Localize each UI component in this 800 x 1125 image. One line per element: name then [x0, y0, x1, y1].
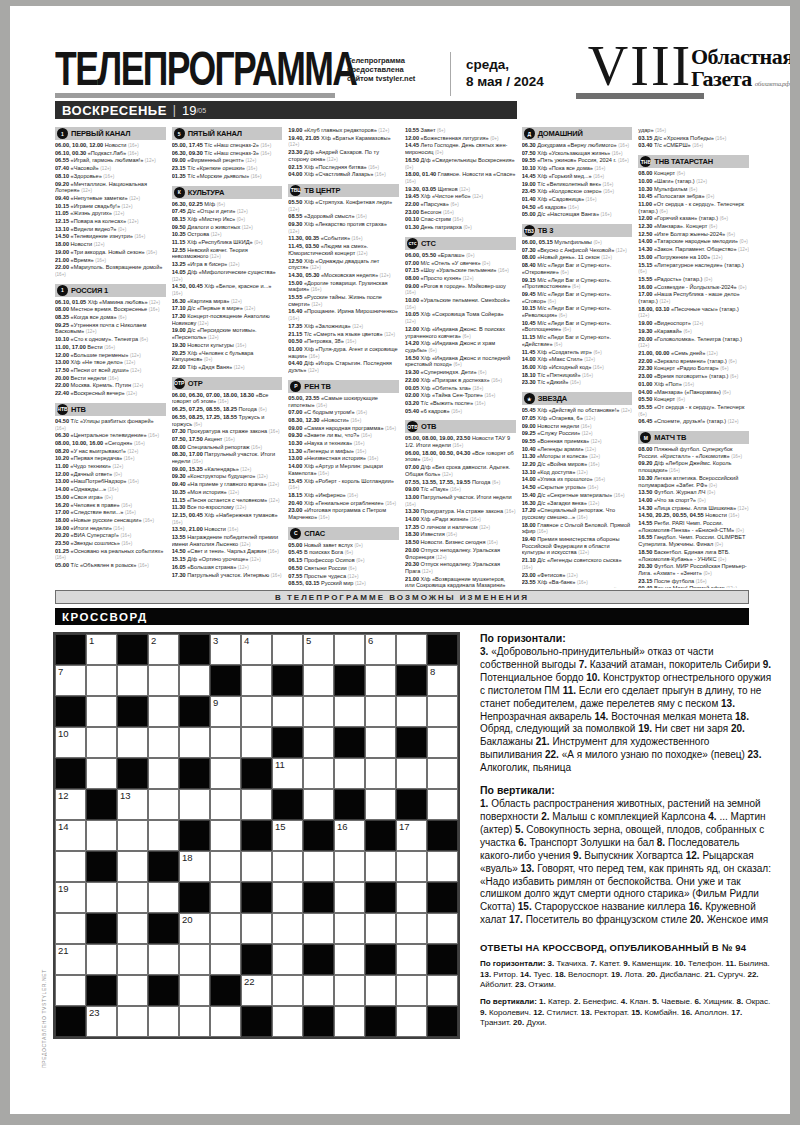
- listing-line: 01.45 Х/ф «Ва-банк 2, или Ответный: [522, 587, 633, 588]
- listing-line: 15.55 «Русские тайны. Жизнь после смерти…: [288, 294, 399, 308]
- cw-cell[interactable]: 7: [55, 665, 86, 696]
- cw-cell[interactable]: [117, 944, 148, 975]
- listing-line: 05.45 В поисках Бога (6+): [288, 549, 399, 557]
- listing-line: 18.00 «Новые русские сенсации» (16+): [55, 517, 166, 525]
- cw-cell-black: [427, 820, 458, 851]
- brand-site: облгазета.рф: [755, 80, 790, 88]
- listing-line: 09.00 «Самая народная программа» (16+): [288, 425, 399, 433]
- channel-logo-icon: ТВЦ: [290, 185, 301, 196]
- channel-logo-icon: К: [174, 187, 185, 198]
- cw-cell[interactable]: [427, 789, 458, 820]
- listing-line: 14.50, 20.25, 00.55, 04.55 Новости (16+): [638, 512, 749, 520]
- channel-name: ДОМАШНИЙ: [538, 129, 583, 138]
- cw-cell[interactable]: [303, 758, 334, 789]
- cw-cell[interactable]: 9: [210, 696, 241, 727]
- cw-cell[interactable]: [148, 727, 179, 758]
- listing-line: 16.20 «Человек в праве» (16+): [55, 502, 166, 510]
- answers-across-label: По горизонтали:: [480, 959, 545, 968]
- cw-cell[interactable]: [272, 1006, 303, 1037]
- cw-cell[interactable]: 17: [396, 820, 427, 851]
- channel-logo-icon: стс: [407, 238, 418, 249]
- cw-cell[interactable]: [396, 851, 427, 882]
- listing-line: 14.00 «Татарские народные мелодии» (0+): [638, 238, 749, 246]
- cw-cell[interactable]: [148, 665, 179, 696]
- cw-cell[interactable]: [396, 758, 427, 789]
- cw-cell[interactable]: [117, 975, 148, 1006]
- cw-cell[interactable]: [241, 913, 272, 944]
- cw-cell[interactable]: [179, 789, 210, 820]
- cw-number: 1: [89, 635, 94, 646]
- listing-line: 16.50 Д/ф «Свидетельницы Воскресения» (0…: [405, 157, 516, 171]
- cw-cell[interactable]: [210, 789, 241, 820]
- page-number-rule: [576, 93, 704, 99]
- cw-number: 2: [151, 635, 156, 646]
- cw-cell[interactable]: [148, 944, 179, 975]
- listing-line: 13.50 Футбол. Журнал ЛЧ (0+): [638, 489, 749, 497]
- channel-logo-icon: ТВ3: [524, 225, 535, 236]
- cw-cell-black: [86, 975, 117, 1006]
- page-number-roman: VIII: [578, 34, 702, 98]
- listing-line: 10.00 «Уральские пельмени. Смехbook» (16…: [405, 297, 516, 311]
- listing-line: 03.40 Т/с «СМЕРШ» (16+): [638, 142, 749, 150]
- cw-cell[interactable]: 4: [241, 634, 272, 665]
- listing-line: 06.00, 05.15 Мультфильмы (0+): [522, 239, 633, 247]
- listing-line: 06.25, 07.25, 08.55, 18.25 Погода (6+): [172, 406, 283, 414]
- cw-cell[interactable]: 21: [55, 944, 86, 975]
- cw-cell[interactable]: [396, 975, 427, 1006]
- listing-line: 12.00 «Дачный ответ» (0+): [55, 471, 166, 479]
- cw-cell[interactable]: [365, 727, 396, 758]
- cw-number: 20: [182, 914, 193, 925]
- listing-line: 10.10 Х/ф «Пока все дома» (16+): [522, 165, 633, 173]
- channel-name: ПЕРВЫЙ КАНАЛ: [71, 129, 130, 138]
- cw-cell[interactable]: [365, 913, 396, 944]
- cw-cell[interactable]: [55, 975, 86, 1006]
- cw-cell[interactable]: [396, 696, 427, 727]
- cw-cell[interactable]: 19: [55, 882, 86, 913]
- channel-header: ОТВОТВ: [405, 420, 516, 433]
- listing-line: 10.40 «Легенды армии» (12+): [522, 446, 633, 454]
- listing-line: 06.55, 08.25, 17.25, 18.55 Тружусь и гор…: [172, 414, 283, 428]
- listing-line: 09.15 М/с «Леди Баг и Супер-кот». «Проти…: [522, 277, 633, 291]
- cw-cell[interactable]: [241, 851, 272, 882]
- channel-logo-icon: 5: [174, 128, 185, 139]
- listing-line: 12.30 «Манзара». Концерт (6+): [638, 223, 749, 231]
- listing-line: 20.25 Х/ф «Человек с бульвара Капуцинов»…: [172, 350, 283, 364]
- answers-title: ОТВЕТЫ НА КРОССВОРД, ОПУБЛИКОВАННЫЙ В № …: [480, 942, 774, 953]
- listing-line: 16.50 Х/ф «Индиана Джонс и последний кре…: [405, 355, 516, 369]
- cw-cell[interactable]: [148, 789, 179, 820]
- cw-cell[interactable]: [272, 975, 303, 1006]
- cw-cell[interactable]: [241, 665, 272, 696]
- listing-line: 06.30, 02.25 М/ф (6+): [172, 201, 283, 209]
- listing-line: 09.25 «Служу России» (12+): [522, 430, 633, 438]
- listing-line: 08.30, 17.00 Патрульный участок. Итоги н…: [172, 451, 283, 465]
- cw-cell[interactable]: [396, 882, 427, 913]
- cw-cell[interactable]: [303, 851, 334, 882]
- cw-cell[interactable]: [179, 727, 210, 758]
- cw-cell-black: [272, 789, 303, 820]
- listing-line: 17.35 Х/ф «Заложница» (12+): [288, 323, 399, 331]
- cw-cell[interactable]: [334, 913, 365, 944]
- cw-cell[interactable]: [117, 820, 148, 851]
- masthead-rule: [55, 93, 335, 98]
- listing-line: 08.00 «Просто кухня» (12+): [405, 275, 516, 283]
- cw-cell[interactable]: [210, 851, 241, 882]
- channel-header: 1ПЕРВЫЙ КАНАЛ: [55, 127, 166, 140]
- listing-line: 01.35 Т/с «Морские дьяволы» (16+): [172, 173, 283, 181]
- listing-line: 13.10 «Код доступа» (12+): [522, 469, 633, 477]
- cw-cell[interactable]: [210, 882, 241, 913]
- cw-cell[interactable]: [179, 665, 210, 696]
- brand-line2: Газетаоблгазета.рф: [691, 68, 790, 95]
- listing-line: 14.50, 00.45 Х/ф «Белое, красное и...» (…: [172, 283, 283, 297]
- cw-cell[interactable]: [210, 820, 241, 851]
- cw-cell[interactable]: [396, 634, 427, 665]
- cw-cell[interactable]: [303, 665, 334, 696]
- cw-cell[interactable]: [334, 882, 365, 913]
- cw-cell-black: [365, 1006, 396, 1037]
- cw-cell[interactable]: [334, 634, 365, 665]
- cw-cell[interactable]: [303, 696, 334, 727]
- cw-cell[interactable]: [272, 851, 303, 882]
- cw-cell[interactable]: [272, 882, 303, 913]
- channel-logo-icon: ТНВ: [640, 156, 651, 167]
- cw-number: 3: [213, 635, 218, 646]
- channel-header: ДДОМАШНИЙ: [522, 127, 633, 140]
- listing-line: 14.30 «Лица страны. Алла Шишкина» (12+): [638, 505, 749, 513]
- cw-cell[interactable]: [179, 944, 210, 975]
- cw-cell[interactable]: 2: [148, 634, 179, 665]
- clues-across-text: 3. «Добровольно-принудительный» отказ от…: [480, 646, 774, 775]
- listing-line: 18.00 Главное с Ольгой Беловой. Прямой э…: [522, 522, 633, 536]
- cw-cell[interactable]: 14: [55, 820, 86, 851]
- cw-cell[interactable]: [86, 758, 117, 789]
- listing-line: 05.00, 23.55 «Самые шокирующие гипотезы»…: [288, 395, 399, 409]
- listing-line: 14.30 «Закон. Парламент. Общество» (12+): [638, 246, 749, 254]
- channel-logo-icon: 1: [57, 128, 68, 139]
- cw-cell[interactable]: [303, 913, 334, 944]
- listing-line: 03.15 Д/с «Хроника Победы» (16+): [638, 135, 749, 143]
- channel-name: ТВ ЦЕНТР: [304, 186, 340, 195]
- listing-line: 06.00, 10.00, 12.00 Новости (16+): [55, 142, 166, 150]
- listing-line: 12.50 Х/ф «Однажды двадцать лет спустя» …: [288, 258, 399, 272]
- listing-line: 12.15, 00.45 Х/ф «Набережная туманов» (1…: [172, 512, 283, 526]
- cw-cell[interactable]: [117, 665, 148, 696]
- cw-cell[interactable]: [272, 634, 303, 665]
- cw-cell[interactable]: 10: [55, 727, 86, 758]
- channel-logo-icon: НТВ: [57, 404, 68, 415]
- cw-number: 14: [58, 821, 69, 832]
- listing-line: 04.50 «6 кадров» (16+): [522, 204, 633, 212]
- cw-cell[interactable]: [272, 944, 303, 975]
- listing-line: 06.50 Святыни России (6+): [288, 565, 399, 573]
- cw-cell[interactable]: [86, 727, 117, 758]
- cw-cell[interactable]: [303, 789, 334, 820]
- cw-cell[interactable]: 8: [427, 665, 458, 696]
- cw-cell[interactable]: [427, 696, 458, 727]
- cw-cell[interactable]: [427, 913, 458, 944]
- listing-line: 10.30 «Наука и техника» (16+): [288, 440, 399, 448]
- cw-cell[interactable]: [148, 820, 179, 851]
- listing-line: 22.30 Концерт «Радио Болгар» (6+): [638, 365, 749, 373]
- listing-line: 06.00, 05.50 «Ералаш» (0+): [405, 252, 516, 260]
- clues-across-label: По горизонтали:: [480, 632, 774, 644]
- cw-cell[interactable]: [334, 944, 365, 975]
- listing-line: 02.00 Х/ф «Тайна Сен-Тропе» (16+): [405, 392, 516, 400]
- listing-line: 21.00 «Время» (16+): [55, 257, 166, 265]
- listing-line: 11.05 «Жизнь других» (12+): [55, 210, 166, 218]
- cw-cell[interactable]: [334, 851, 365, 882]
- cw-cell-black: [86, 789, 117, 820]
- cw-cell-black: [396, 727, 427, 758]
- listing-line: 22.00 Х/ф «Призрак в доспехах» (16+): [405, 377, 516, 385]
- listing-line: 20.30 Футбол. МИР Российская Премьер-Лиг…: [638, 563, 749, 577]
- channel-logo-icon: 1: [57, 285, 68, 296]
- cw-cell[interactable]: [86, 882, 117, 913]
- listing-line: 18.10 Т/с «Пятницкий» (16+): [522, 372, 633, 380]
- cw-number: 19: [58, 883, 69, 894]
- listing-line: 14.00 «Однажды...» (16+): [55, 486, 166, 494]
- listing-line: 05.40 «6 кадров» (16+): [405, 408, 516, 416]
- cw-cell[interactable]: 3: [210, 634, 241, 665]
- cw-number: 17: [399, 821, 410, 832]
- channel-header: ММАТЧ ТВ: [638, 431, 749, 444]
- cw-cell-black: [365, 882, 396, 913]
- cw-cell-black: [55, 758, 86, 789]
- channel-header: ССПАС: [288, 527, 399, 540]
- cw-cell[interactable]: [148, 758, 179, 789]
- listing-line: 15.15 «Литературное наследие» (татар.) (…: [638, 262, 749, 276]
- cw-cell[interactable]: [86, 944, 117, 975]
- listing-line: 22.00 Т/ф «Дядя Ваня» (12+): [172, 364, 283, 372]
- listing-line: 22.00 Москва. Кремль. Путин (12+): [55, 382, 166, 390]
- cw-cell[interactable]: 15: [272, 820, 303, 851]
- cw-cell[interactable]: [86, 820, 117, 851]
- listing-line: 06.30 Докудрама «Верну любимого» (16+): [522, 142, 633, 150]
- cw-cell[interactable]: [365, 665, 396, 696]
- cw-cell[interactable]: [117, 882, 148, 913]
- listing-line: 11.45 Х/ф «Создатель игр» (6+): [522, 349, 633, 357]
- listing-line: 11.15 Х/ф «Республика ШКИД» (0+): [172, 239, 283, 247]
- listing-line: 10.20 «Первая передача» (16+): [55, 455, 166, 463]
- cw-cell-black: [241, 882, 272, 913]
- listing-line: 22.00 «Парсуна» (6+): [405, 201, 516, 209]
- listing-line: 14.55 Регби. PARI Чемп. России. «Локомот…: [638, 520, 749, 534]
- cw-cell[interactable]: [210, 1006, 241, 1037]
- cw-cell-black: [179, 882, 210, 913]
- cw-cell[interactable]: [55, 851, 86, 882]
- listing-line: 17.00 «Следствие вели...» (16+): [55, 509, 166, 517]
- cw-cell[interactable]: [365, 975, 396, 1006]
- cw-cell[interactable]: [117, 1006, 148, 1037]
- cw-cell[interactable]: [210, 944, 241, 975]
- cw-cell-black: [427, 634, 458, 665]
- cw-cell[interactable]: [272, 913, 303, 944]
- cw-number: 10: [58, 728, 69, 739]
- listing-line: 09.55 «Пять ужинов» Россия, 2024 г. (16+…: [522, 157, 633, 165]
- cw-cell[interactable]: [117, 727, 148, 758]
- cw-cell[interactable]: [241, 727, 272, 758]
- listing-line: 09.45 М/с «Леди Баг и Супер-кот». «Сгово…: [522, 291, 633, 305]
- cw-cell[interactable]: 5: [303, 634, 334, 665]
- cw-cell[interactable]: 16: [334, 820, 365, 851]
- cw-cell[interactable]: 23: [86, 1006, 117, 1037]
- previous-answers: ОТВЕТЫ НА КРОССВОРД, ОПУБЛИКОВАННЫЙ В № …: [480, 942, 774, 1028]
- cw-number: 9: [213, 697, 218, 708]
- cw-number: 13: [120, 790, 131, 801]
- cw-cell[interactable]: [427, 975, 458, 1006]
- channel-header: стсСТС: [405, 237, 516, 250]
- listing-line: 23.00 «Время поговорить» (татар.) (6+): [638, 373, 749, 381]
- cw-cell[interactable]: [365, 696, 396, 727]
- cw-cell[interactable]: [148, 882, 179, 913]
- cw-cell[interactable]: [148, 1006, 179, 1037]
- cw-cell[interactable]: [365, 851, 396, 882]
- cw-cell[interactable]: [334, 696, 365, 727]
- channel-header: ★ЗВЕЗДА: [522, 392, 633, 405]
- listing-line: 06.00, 06.30, 07.00, 18.00, 18.30 «Все г…: [172, 392, 283, 406]
- channel-name: ОТВ: [421, 422, 436, 431]
- cw-cell[interactable]: [427, 851, 458, 882]
- listing-line: 17.00 «Наша Республика - наше дело» (тат…: [638, 291, 749, 305]
- listing-line: 14.00 Х/ф «Артур и Мерлин: рыцари Камело…: [288, 463, 399, 477]
- cw-cell-black: [55, 634, 86, 665]
- listing-line: 22.40 «Воскресный вечер» (12+): [55, 390, 166, 398]
- cw-cell[interactable]: [241, 789, 272, 820]
- listing-line: 14.00 Х/ф «Ради жизни» (16+): [405, 516, 516, 524]
- listing-line: 17.35 О личном и наличном (12+): [405, 524, 516, 532]
- listing-line: 07.15 «Шоу «Уральские пельмени» (16+): [405, 267, 516, 275]
- listing-line: 12.00 «Большие перемены» (12+): [55, 352, 166, 360]
- tv-columns: 1ПЕРВЫЙ КАНАЛ06.00, 10.00, 12.00 Новости…: [55, 127, 749, 588]
- listing-line: 10.05 Х/ф «Сокровища Тома Сойера» (12+): [405, 311, 516, 325]
- cw-cell[interactable]: [86, 665, 117, 696]
- listing-line: 12.55 Невский ковчег. Теория невозможног…: [172, 247, 283, 261]
- header-divider: [450, 52, 451, 96]
- listing-line: 17.50 «Песни от всей души» (12+): [55, 367, 166, 375]
- cw-cell[interactable]: [334, 975, 365, 1006]
- listing-line: 10.35 Острова (12+): [172, 231, 283, 239]
- cw-cell[interactable]: [396, 913, 427, 944]
- cw-cell[interactable]: [148, 696, 179, 727]
- cw-cell[interactable]: 6: [365, 634, 396, 665]
- listing-line: 19.30, 03.05 Щипков (12+): [405, 186, 516, 194]
- listing-line: 10.35 «Моя история» (12+): [172, 489, 283, 497]
- listing-line: 09.30 «Конструкторы будущего» (12+): [172, 473, 283, 481]
- cw-cell[interactable]: [179, 1006, 210, 1037]
- cw-cell[interactable]: [427, 758, 458, 789]
- listing-line: 07.50 Х/ф «Ускользающая жизнь» (16+): [522, 150, 633, 158]
- listing-line: 10.30 Легкая атлетика. Всероссийский пол…: [638, 475, 749, 489]
- listing-line: 11.00 «Чудо техники» (12+): [55, 463, 166, 471]
- listing-line: 07.00 «С бодрым утром!» (16+): [288, 409, 399, 417]
- cw-cell-black: [117, 758, 148, 789]
- listing-line: 09.00 Новости недели (16+): [522, 423, 633, 431]
- cw-cell[interactable]: [303, 975, 334, 1006]
- listing-line: 07.00 Д/ф «Без срока давности. Адыгея. О…: [405, 464, 516, 478]
- cw-cell[interactable]: [179, 975, 210, 1006]
- cw-cell-black: [365, 820, 396, 851]
- listing-line: 16.30 Д/с «Загадки века» (12+): [522, 500, 633, 508]
- listing-line: 09.30 «Знаете ли вы, что?» (16+): [288, 432, 399, 440]
- cw-cell-black: [117, 696, 148, 727]
- listing-line: 02.15 Х/ф «Последняя битва» (16+): [288, 164, 399, 172]
- cw-cell[interactable]: [210, 758, 241, 789]
- cw-cell-black: [241, 820, 272, 851]
- listing-line: 14.30, 05.30 «Московская неделя» (12+): [288, 272, 399, 280]
- cw-cell[interactable]: [55, 913, 86, 944]
- listing-line: 14.20 Х/ф «Индиана Джонс и храм судьбы» …: [405, 340, 516, 354]
- channel-name: ТНВ ТАТАРСТАН: [654, 157, 713, 166]
- channel-logo-icon: Р: [290, 381, 301, 392]
- listing-line: 23.30 Т/с «Дикий» (16+): [522, 379, 633, 387]
- cw-cell[interactable]: [365, 758, 396, 789]
- listing-line: 09.20 «Мечталлион. Национальная Лотерея»…: [55, 181, 166, 195]
- listing-line: 07.40 «Часовой» (12+): [55, 165, 166, 173]
- listing-line: 22.00 «Зеркало времени» (татар.) (6+): [638, 358, 749, 366]
- cw-number: 7: [58, 666, 63, 677]
- cw-cell[interactable]: 22: [241, 975, 272, 1006]
- cw-cell[interactable]: [272, 696, 303, 727]
- cw-cell[interactable]: [86, 696, 117, 727]
- cw-cell[interactable]: [427, 727, 458, 758]
- listing-line: 06.55 «Играй, гармонь любимая!» (12+): [55, 157, 166, 165]
- listing-line: 03.20 Т/с «Выжить после» (16+): [405, 400, 516, 408]
- channel-name: ТВ 3: [538, 226, 553, 235]
- cw-cell-black: [179, 758, 210, 789]
- cw-cell[interactable]: [365, 789, 396, 820]
- channel-logo-icon: С: [290, 528, 301, 539]
- listing-line: 08.00 Специальный репортаж (16+): [172, 444, 283, 452]
- listing-line: 00.50 «Петровка, 38» (16+): [288, 338, 399, 346]
- listing-line: 01.00 Х/ф «Поп» (16+): [638, 381, 749, 389]
- cw-cell[interactable]: [210, 727, 241, 758]
- listing-line: 07.05 Х/ф «Огарева, 6» (12+): [522, 415, 633, 423]
- listing-line: 19.00 «Итоги недели» (16+): [55, 525, 166, 533]
- listing-line: 23.45 Х/ф «Колдовское озеро» (16+): [522, 188, 633, 196]
- listing-line: 08.40 М/с «Леди Баг и Супер-кот». «Откро…: [522, 262, 633, 276]
- listing-line: 10.15 «Играем свадьбу!» (12+): [55, 203, 166, 211]
- listing-line: 21.00, 00.00 «Семь дней» (12+): [638, 350, 749, 358]
- cw-cell[interactable]: [241, 696, 272, 727]
- cw-cell-black: [55, 1006, 86, 1037]
- listing-line: 21.00 Х/ф «Возвращение мушкетеров, или С…: [405, 576, 516, 588]
- listing-line: 13.10 «Видели видео?» (0+): [55, 226, 166, 234]
- cw-cell[interactable]: [334, 758, 365, 789]
- cw-cell[interactable]: 12: [55, 789, 86, 820]
- cw-cell[interactable]: 11: [272, 758, 303, 789]
- cw-cell-black: [334, 789, 365, 820]
- cw-number: 12: [58, 790, 69, 801]
- cw-cell[interactable]: [303, 727, 334, 758]
- cw-cell[interactable]: [117, 851, 148, 882]
- cw-cell[interactable]: 18: [179, 851, 210, 882]
- listing-line: 18.00, 03.10 «Песочные часы» (татар.) (1…: [638, 306, 749, 320]
- cw-cell[interactable]: [210, 913, 241, 944]
- listing-line: 13.00 «НашПотребНадзор» (16+): [55, 478, 166, 486]
- listing-line: 07.55, 13.55, 17.55, 19.55 Погода (6+): [405, 479, 516, 487]
- cw-cell[interactable]: 20: [179, 913, 210, 944]
- cw-cell[interactable]: [334, 1006, 365, 1037]
- listing-line: 06.30 «Центральное телевидение» (16+): [55, 432, 166, 440]
- cw-cell[interactable]: [396, 944, 427, 975]
- cw-cell[interactable]: [396, 1006, 427, 1037]
- cw-cell[interactable]: [117, 913, 148, 944]
- listing-line: 07.00 М/с «Отель «У овечек» (0+): [405, 260, 516, 268]
- cw-cell[interactable]: 1: [86, 634, 117, 665]
- cw-cell[interactable]: 13: [117, 789, 148, 820]
